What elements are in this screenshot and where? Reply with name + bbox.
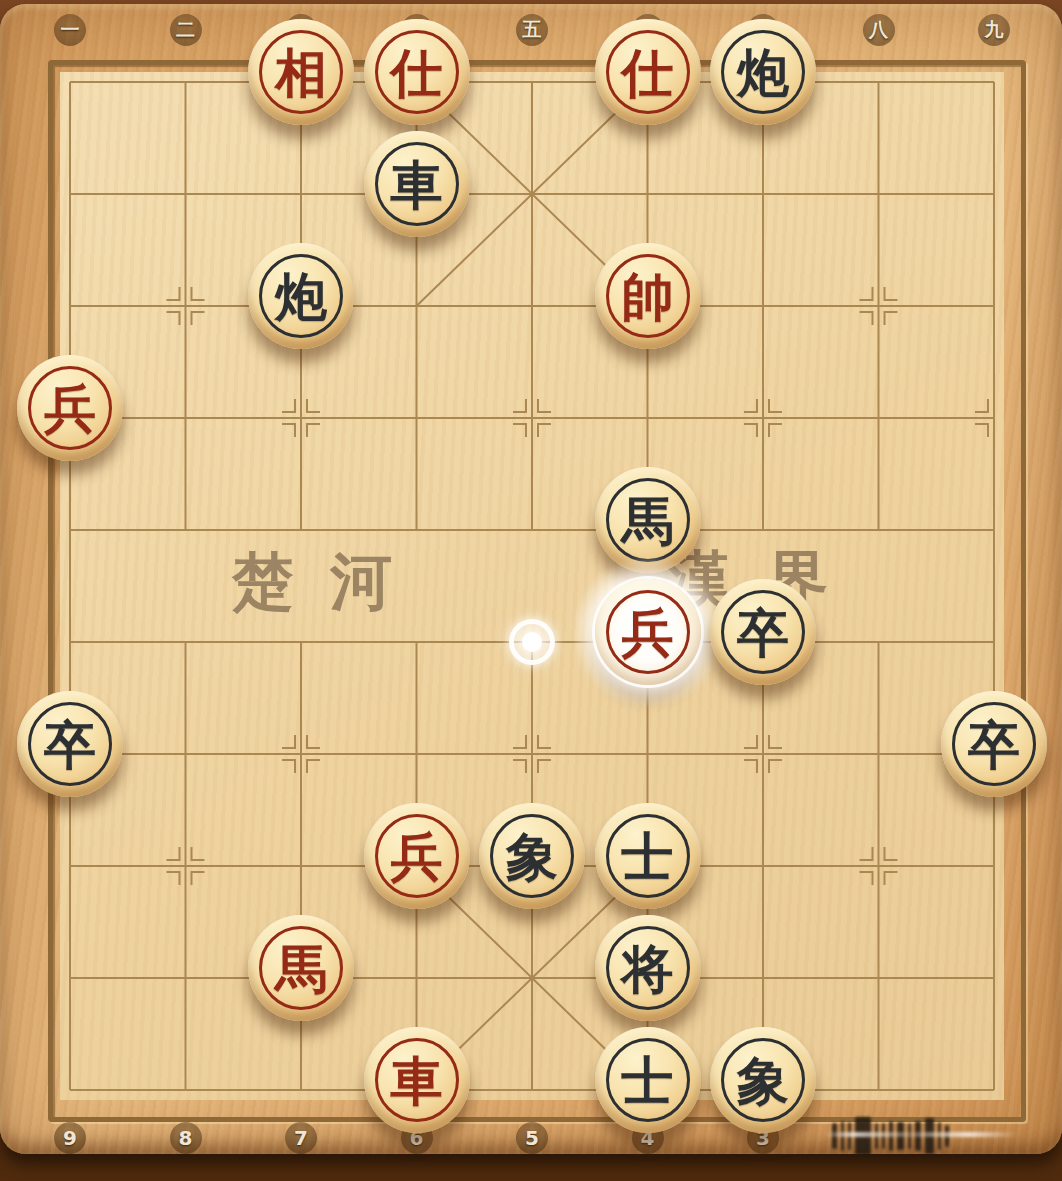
piece-black-soldier[interactable]: 卒 (710, 579, 816, 685)
piece-character: 象 (506, 831, 558, 883)
piece-ring: 卒 (28, 702, 112, 786)
piece-character: 卒 (968, 719, 1020, 771)
piece-character: 将 (622, 943, 674, 995)
piece-character: 卒 (44, 719, 96, 771)
file-label-top-8: 八 (863, 14, 895, 46)
marker-dot-icon (522, 632, 542, 652)
piece-red-elephant[interactable]: 相 (248, 19, 354, 125)
piece-ring: 将 (606, 926, 690, 1010)
piece-black-soldier[interactable]: 卒 (941, 691, 1047, 797)
piece-red-soldier[interactable]: 兵 (17, 355, 123, 461)
piece-ring: 馬 (606, 478, 690, 562)
piece-character: 車 (391, 1055, 443, 1107)
piece-red-soldier[interactable]: 兵 (364, 803, 470, 909)
piece-ring: 士 (606, 1038, 690, 1122)
piece-ring: 帥 (606, 254, 690, 338)
piece-character: 仕 (391, 47, 443, 99)
piece-character: 炮 (275, 271, 327, 323)
watermark-smear (832, 1110, 1014, 1162)
piece-character: 象 (737, 1055, 789, 1107)
piece-red-advisor[interactable]: 仕 (595, 19, 701, 125)
piece-character: 卒 (737, 607, 789, 659)
piece-character: 馬 (275, 943, 327, 995)
piece-black-soldier[interactable]: 卒 (17, 691, 123, 797)
piece-character: 士 (622, 1055, 674, 1107)
piece-ring: 兵 (28, 366, 112, 450)
piece-character: 兵 (44, 383, 96, 435)
piece-red-advisor[interactable]: 仕 (364, 19, 470, 125)
piece-character: 車 (391, 159, 443, 211)
file-label-top-5: 五 (516, 14, 548, 46)
move-origin-marker[interactable] (509, 619, 555, 665)
piece-ring: 車 (375, 1038, 459, 1122)
piece-ring: 仕 (375, 30, 459, 114)
file-label-top-9: 九 (978, 14, 1010, 46)
river-label-chuhe: 楚河 (196, 540, 428, 624)
piece-ring: 炮 (721, 30, 805, 114)
piece-ring: 車 (375, 142, 459, 226)
piece-character: 馬 (622, 495, 674, 547)
piece-red-horse[interactable]: 馬 (248, 915, 354, 1021)
piece-red-soldier[interactable]: 兵 (595, 579, 701, 685)
piece-ring: 卒 (721, 590, 805, 674)
piece-ring: 炮 (259, 254, 343, 338)
piece-black-chariot[interactable]: 車 (364, 131, 470, 237)
piece-ring: 士 (606, 814, 690, 898)
file-label-top-2: 二 (170, 14, 202, 46)
piece-red-general[interactable]: 帥 (595, 243, 701, 349)
piece-character: 士 (622, 831, 674, 883)
piece-character: 帥 (622, 271, 674, 323)
xiangqi-board: 楚河 漢界 一二三四五六七八九 9876543 相仕仕炮車炮帥兵馬兵卒卒卒兵象士… (0, 0, 1062, 1181)
piece-character: 炮 (737, 47, 789, 99)
piece-character: 兵 (391, 831, 443, 883)
piece-ring: 馬 (259, 926, 343, 1010)
piece-red-chariot[interactable]: 車 (364, 1027, 470, 1133)
piece-black-elephant[interactable]: 象 (479, 803, 585, 909)
piece-character: 兵 (622, 607, 674, 659)
piece-black-cannon[interactable]: 炮 (248, 243, 354, 349)
file-label-bottom-1: 9 (54, 1122, 86, 1154)
piece-black-elephant[interactable]: 象 (710, 1027, 816, 1133)
piece-black-advisor[interactable]: 士 (595, 803, 701, 909)
piece-ring: 象 (721, 1038, 805, 1122)
piece-black-cannon[interactable]: 炮 (710, 19, 816, 125)
file-label-top-1: 一 (54, 14, 86, 46)
piece-black-advisor[interactable]: 士 (595, 1027, 701, 1133)
file-label-bottom-2: 8 (170, 1122, 202, 1154)
piece-ring: 象 (490, 814, 574, 898)
piece-character: 仕 (622, 47, 674, 99)
piece-ring: 相 (259, 30, 343, 114)
file-label-bottom-5: 5 (516, 1122, 548, 1154)
piece-black-general[interactable]: 将 (595, 915, 701, 1021)
piece-ring: 卒 (952, 702, 1036, 786)
piece-ring: 兵 (606, 590, 690, 674)
piece-ring: 仕 (606, 30, 690, 114)
piece-character: 相 (275, 47, 327, 99)
file-label-bottom-3: 7 (285, 1122, 317, 1154)
piece-ring: 兵 (375, 814, 459, 898)
